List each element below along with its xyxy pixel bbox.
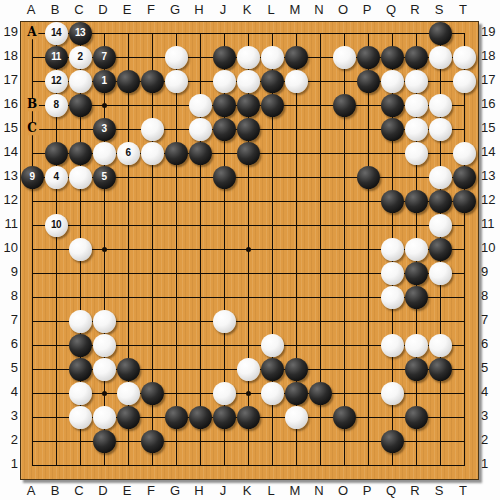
- intersection-R9[interactable]: [404, 261, 428, 285]
- intersection-F13[interactable]: [140, 165, 164, 189]
- intersection-S18[interactable]: [428, 45, 452, 69]
- intersection-O10[interactable]: [332, 237, 356, 261]
- intersection-S5[interactable]: [428, 357, 452, 381]
- intersection-C13[interactable]: [68, 165, 92, 189]
- intersection-P13[interactable]: [356, 165, 380, 189]
- intersection-J5[interactable]: [212, 357, 236, 381]
- intersection-S17[interactable]: [428, 69, 452, 93]
- intersection-E5[interactable]: [116, 357, 140, 381]
- intersection-C18[interactable]: 2: [68, 45, 92, 69]
- intersection-G2[interactable]: [164, 429, 188, 453]
- intersection-Q18[interactable]: [380, 45, 404, 69]
- intersection-P8[interactable]: [356, 285, 380, 309]
- intersection-O4[interactable]: [332, 381, 356, 405]
- intersection-C12[interactable]: [68, 189, 92, 213]
- intersection-N2[interactable]: [308, 429, 332, 453]
- intersection-H17[interactable]: [188, 69, 212, 93]
- intersection-Q15[interactable]: [380, 117, 404, 141]
- intersection-D3[interactable]: [92, 405, 116, 429]
- intersection-E13[interactable]: [116, 165, 140, 189]
- intersection-B18[interactable]: 11: [44, 45, 68, 69]
- intersection-N16[interactable]: [308, 93, 332, 117]
- intersection-R13[interactable]: [404, 165, 428, 189]
- intersection-E11[interactable]: [116, 213, 140, 237]
- intersection-M14[interactable]: [284, 141, 308, 165]
- intersection-D14[interactable]: [92, 141, 116, 165]
- intersection-G9[interactable]: [164, 261, 188, 285]
- intersection-C1[interactable]: [68, 453, 92, 477]
- intersection-J1[interactable]: [212, 453, 236, 477]
- intersection-N11[interactable]: [308, 213, 332, 237]
- intersection-S2[interactable]: [428, 429, 452, 453]
- intersection-E15[interactable]: [116, 117, 140, 141]
- intersection-F7[interactable]: [140, 309, 164, 333]
- intersection-O13[interactable]: [332, 165, 356, 189]
- intersection-S1[interactable]: [428, 453, 452, 477]
- intersection-L19[interactable]: [260, 21, 284, 45]
- intersection-C5[interactable]: [68, 357, 92, 381]
- intersection-Q2[interactable]: [380, 429, 404, 453]
- intersection-D9[interactable]: [92, 261, 116, 285]
- intersection-E8[interactable]: [116, 285, 140, 309]
- intersection-O3[interactable]: [332, 405, 356, 429]
- intersection-A12[interactable]: [20, 189, 44, 213]
- intersection-L11[interactable]: [260, 213, 284, 237]
- intersection-O7[interactable]: [332, 309, 356, 333]
- intersection-L2[interactable]: [260, 429, 284, 453]
- intersection-C9[interactable]: [68, 261, 92, 285]
- intersection-G14[interactable]: [164, 141, 188, 165]
- intersection-N12[interactable]: [308, 189, 332, 213]
- intersection-H6[interactable]: [188, 333, 212, 357]
- intersection-P9[interactable]: [356, 261, 380, 285]
- intersection-F9[interactable]: [140, 261, 164, 285]
- intersection-S10[interactable]: [428, 237, 452, 261]
- intersection-M13[interactable]: [284, 165, 308, 189]
- intersection-B16[interactable]: 8: [44, 93, 68, 117]
- intersection-E9[interactable]: [116, 261, 140, 285]
- intersection-R17[interactable]: [404, 69, 428, 93]
- intersection-D15[interactable]: 3: [92, 117, 116, 141]
- intersection-E10[interactable]: [116, 237, 140, 261]
- intersection-R1[interactable]: [404, 453, 428, 477]
- intersection-F15[interactable]: [140, 117, 164, 141]
- intersection-M1[interactable]: [284, 453, 308, 477]
- intersection-O1[interactable]: [332, 453, 356, 477]
- intersection-D4[interactable]: [92, 381, 116, 405]
- intersection-L10[interactable]: [260, 237, 284, 261]
- intersection-R12[interactable]: [404, 189, 428, 213]
- intersection-F19[interactable]: [140, 21, 164, 45]
- intersection-R16[interactable]: [404, 93, 428, 117]
- intersection-K18[interactable]: [236, 45, 260, 69]
- intersection-J4[interactable]: [212, 381, 236, 405]
- intersection-T12[interactable]: [452, 189, 476, 213]
- intersection-F10[interactable]: [140, 237, 164, 261]
- intersection-D7[interactable]: [92, 309, 116, 333]
- intersection-A7[interactable]: [20, 309, 44, 333]
- intersection-B11[interactable]: 10: [44, 213, 68, 237]
- intersection-J11[interactable]: [212, 213, 236, 237]
- intersection-R10[interactable]: [404, 237, 428, 261]
- intersection-O18[interactable]: [332, 45, 356, 69]
- intersection-E17[interactable]: [116, 69, 140, 93]
- intersection-C15[interactable]: [68, 117, 92, 141]
- intersection-H14[interactable]: [188, 141, 212, 165]
- intersection-E2[interactable]: [116, 429, 140, 453]
- intersection-G15[interactable]: [164, 117, 188, 141]
- intersection-A16[interactable]: B: [20, 93, 44, 117]
- intersection-N14[interactable]: [308, 141, 332, 165]
- intersection-A19[interactable]: A: [20, 21, 44, 45]
- intersection-M12[interactable]: [284, 189, 308, 213]
- intersection-D8[interactable]: [92, 285, 116, 309]
- intersection-T1[interactable]: [452, 453, 476, 477]
- intersection-N13[interactable]: [308, 165, 332, 189]
- intersection-D10[interactable]: [92, 237, 116, 261]
- intersection-F14[interactable]: [140, 141, 164, 165]
- intersection-F6[interactable]: [140, 333, 164, 357]
- intersection-D19[interactable]: [92, 21, 116, 45]
- intersection-F2[interactable]: [140, 429, 164, 453]
- intersection-P16[interactable]: [356, 93, 380, 117]
- intersection-F18[interactable]: [140, 45, 164, 69]
- intersection-R6[interactable]: [404, 333, 428, 357]
- intersection-F1[interactable]: [140, 453, 164, 477]
- intersection-G4[interactable]: [164, 381, 188, 405]
- intersection-J14[interactable]: [212, 141, 236, 165]
- intersection-H5[interactable]: [188, 357, 212, 381]
- intersection-G16[interactable]: [164, 93, 188, 117]
- intersection-S19[interactable]: [428, 21, 452, 45]
- intersection-A10[interactable]: [20, 237, 44, 261]
- intersection-T8[interactable]: [452, 285, 476, 309]
- intersection-E3[interactable]: [116, 405, 140, 429]
- intersection-B1[interactable]: [44, 453, 68, 477]
- intersection-D6[interactable]: [92, 333, 116, 357]
- intersection-C10[interactable]: [68, 237, 92, 261]
- intersection-R7[interactable]: [404, 309, 428, 333]
- intersection-P10[interactable]: [356, 237, 380, 261]
- intersection-M19[interactable]: [284, 21, 308, 45]
- intersection-M8[interactable]: [284, 285, 308, 309]
- intersection-E12[interactable]: [116, 189, 140, 213]
- intersection-L5[interactable]: [260, 357, 284, 381]
- intersection-H7[interactable]: [188, 309, 212, 333]
- intersection-O14[interactable]: [332, 141, 356, 165]
- intersection-L3[interactable]: [260, 405, 284, 429]
- intersection-K17[interactable]: [236, 69, 260, 93]
- intersection-M2[interactable]: [284, 429, 308, 453]
- intersection-T2[interactable]: [452, 429, 476, 453]
- intersection-O19[interactable]: [332, 21, 356, 45]
- intersection-F3[interactable]: [140, 405, 164, 429]
- intersection-L4[interactable]: [260, 381, 284, 405]
- intersection-K10[interactable]: [236, 237, 260, 261]
- intersection-L17[interactable]: [260, 69, 284, 93]
- intersection-B13[interactable]: 4: [44, 165, 68, 189]
- intersection-B9[interactable]: [44, 261, 68, 285]
- intersection-H13[interactable]: [188, 165, 212, 189]
- intersection-K16[interactable]: [236, 93, 260, 117]
- intersection-F11[interactable]: [140, 213, 164, 237]
- intersection-G11[interactable]: [164, 213, 188, 237]
- intersection-O16[interactable]: [332, 93, 356, 117]
- intersection-P14[interactable]: [356, 141, 380, 165]
- intersection-M17[interactable]: [284, 69, 308, 93]
- intersection-G17[interactable]: [164, 69, 188, 93]
- intersection-B17[interactable]: 12: [44, 69, 68, 93]
- intersection-G19[interactable]: [164, 21, 188, 45]
- intersection-C14[interactable]: [68, 141, 92, 165]
- intersection-A17[interactable]: [20, 69, 44, 93]
- intersection-A18[interactable]: [20, 45, 44, 69]
- intersection-P3[interactable]: [356, 405, 380, 429]
- intersection-T5[interactable]: [452, 357, 476, 381]
- intersection-R4[interactable]: [404, 381, 428, 405]
- intersection-N6[interactable]: [308, 333, 332, 357]
- intersection-K9[interactable]: [236, 261, 260, 285]
- intersection-F16[interactable]: [140, 93, 164, 117]
- intersection-J9[interactable]: [212, 261, 236, 285]
- intersection-J7[interactable]: [212, 309, 236, 333]
- intersection-M3[interactable]: [284, 405, 308, 429]
- intersection-L1[interactable]: [260, 453, 284, 477]
- intersection-R18[interactable]: [404, 45, 428, 69]
- intersection-Q17[interactable]: [380, 69, 404, 93]
- intersection-O6[interactable]: [332, 333, 356, 357]
- intersection-Q19[interactable]: [380, 21, 404, 45]
- intersection-D17[interactable]: 1: [92, 69, 116, 93]
- intersection-F8[interactable]: [140, 285, 164, 309]
- intersection-B10[interactable]: [44, 237, 68, 261]
- intersection-L7[interactable]: [260, 309, 284, 333]
- intersection-N4[interactable]: [308, 381, 332, 405]
- intersection-Q5[interactable]: [380, 357, 404, 381]
- intersection-C16[interactable]: [68, 93, 92, 117]
- intersection-A1[interactable]: [20, 453, 44, 477]
- intersection-N19[interactable]: [308, 21, 332, 45]
- intersection-K1[interactable]: [236, 453, 260, 477]
- intersection-Q3[interactable]: [380, 405, 404, 429]
- intersection-T14[interactable]: [452, 141, 476, 165]
- intersection-P2[interactable]: [356, 429, 380, 453]
- intersection-K6[interactable]: [236, 333, 260, 357]
- intersection-Q12[interactable]: [380, 189, 404, 213]
- intersection-F4[interactable]: [140, 381, 164, 405]
- intersection-H3[interactable]: [188, 405, 212, 429]
- intersection-A14[interactable]: [20, 141, 44, 165]
- intersection-T7[interactable]: [452, 309, 476, 333]
- intersection-S8[interactable]: [428, 285, 452, 309]
- intersection-C8[interactable]: [68, 285, 92, 309]
- intersection-P1[interactable]: [356, 453, 380, 477]
- intersection-K12[interactable]: [236, 189, 260, 213]
- intersection-O11[interactable]: [332, 213, 356, 237]
- intersection-B6[interactable]: [44, 333, 68, 357]
- intersection-P7[interactable]: [356, 309, 380, 333]
- intersection-K15[interactable]: [236, 117, 260, 141]
- intersection-S14[interactable]: [428, 141, 452, 165]
- intersection-C6[interactable]: [68, 333, 92, 357]
- intersection-H4[interactable]: [188, 381, 212, 405]
- intersection-L8[interactable]: [260, 285, 284, 309]
- intersection-B19[interactable]: 14: [44, 21, 68, 45]
- intersection-T3[interactable]: [452, 405, 476, 429]
- intersection-O5[interactable]: [332, 357, 356, 381]
- intersection-M6[interactable]: [284, 333, 308, 357]
- intersection-T19[interactable]: [452, 21, 476, 45]
- intersection-Q11[interactable]: [380, 213, 404, 237]
- intersection-T10[interactable]: [452, 237, 476, 261]
- intersection-P4[interactable]: [356, 381, 380, 405]
- intersection-M10[interactable]: [284, 237, 308, 261]
- intersection-P17[interactable]: [356, 69, 380, 93]
- intersection-G7[interactable]: [164, 309, 188, 333]
- intersection-L18[interactable]: [260, 45, 284, 69]
- intersection-T4[interactable]: [452, 381, 476, 405]
- intersection-Q1[interactable]: [380, 453, 404, 477]
- intersection-M11[interactable]: [284, 213, 308, 237]
- intersection-P15[interactable]: [356, 117, 380, 141]
- intersection-J8[interactable]: [212, 285, 236, 309]
- intersection-L16[interactable]: [260, 93, 284, 117]
- intersection-O8[interactable]: [332, 285, 356, 309]
- intersection-N10[interactable]: [308, 237, 332, 261]
- intersection-N5[interactable]: [308, 357, 332, 381]
- intersection-E1[interactable]: [116, 453, 140, 477]
- intersection-H15[interactable]: [188, 117, 212, 141]
- intersection-B4[interactable]: [44, 381, 68, 405]
- intersection-R14[interactable]: [404, 141, 428, 165]
- intersection-L13[interactable]: [260, 165, 284, 189]
- intersection-R11[interactable]: [404, 213, 428, 237]
- intersection-R5[interactable]: [404, 357, 428, 381]
- intersection-C2[interactable]: [68, 429, 92, 453]
- intersection-J6[interactable]: [212, 333, 236, 357]
- intersection-A4[interactable]: [20, 381, 44, 405]
- intersection-T18[interactable]: [452, 45, 476, 69]
- intersection-T17[interactable]: [452, 69, 476, 93]
- intersection-B15[interactable]: [44, 117, 68, 141]
- intersection-A2[interactable]: [20, 429, 44, 453]
- intersection-C19[interactable]: 13: [68, 21, 92, 45]
- intersection-Q10[interactable]: [380, 237, 404, 261]
- intersection-S6[interactable]: [428, 333, 452, 357]
- intersection-S4[interactable]: [428, 381, 452, 405]
- intersection-K11[interactable]: [236, 213, 260, 237]
- intersection-T11[interactable]: [452, 213, 476, 237]
- intersection-Q4[interactable]: [380, 381, 404, 405]
- intersection-K5[interactable]: [236, 357, 260, 381]
- intersection-M15[interactable]: [284, 117, 308, 141]
- intersection-D11[interactable]: [92, 213, 116, 237]
- intersection-H2[interactable]: [188, 429, 212, 453]
- intersection-J18[interactable]: [212, 45, 236, 69]
- intersection-L14[interactable]: [260, 141, 284, 165]
- intersection-G1[interactable]: [164, 453, 188, 477]
- intersection-A11[interactable]: [20, 213, 44, 237]
- intersection-D16[interactable]: [92, 93, 116, 117]
- intersection-J15[interactable]: [212, 117, 236, 141]
- intersection-Q6[interactable]: [380, 333, 404, 357]
- intersection-Q14[interactable]: [380, 141, 404, 165]
- intersection-G10[interactable]: [164, 237, 188, 261]
- intersection-J2[interactable]: [212, 429, 236, 453]
- intersection-T15[interactable]: [452, 117, 476, 141]
- intersection-F5[interactable]: [140, 357, 164, 381]
- intersection-E19[interactable]: [116, 21, 140, 45]
- intersection-N1[interactable]: [308, 453, 332, 477]
- intersection-R2[interactable]: [404, 429, 428, 453]
- intersection-R8[interactable]: [404, 285, 428, 309]
- intersection-N17[interactable]: [308, 69, 332, 93]
- intersection-E4[interactable]: [116, 381, 140, 405]
- intersection-O12[interactable]: [332, 189, 356, 213]
- intersection-J13[interactable]: [212, 165, 236, 189]
- intersection-O9[interactable]: [332, 261, 356, 285]
- intersection-H19[interactable]: [188, 21, 212, 45]
- intersection-D2[interactable]: [92, 429, 116, 453]
- intersection-K4[interactable]: [236, 381, 260, 405]
- intersection-S13[interactable]: [428, 165, 452, 189]
- intersection-N15[interactable]: [308, 117, 332, 141]
- intersection-J10[interactable]: [212, 237, 236, 261]
- intersection-P11[interactable]: [356, 213, 380, 237]
- intersection-N8[interactable]: [308, 285, 332, 309]
- intersection-C17[interactable]: [68, 69, 92, 93]
- intersection-T9[interactable]: [452, 261, 476, 285]
- intersection-S11[interactable]: [428, 213, 452, 237]
- intersection-H12[interactable]: [188, 189, 212, 213]
- intersection-A8[interactable]: [20, 285, 44, 309]
- intersection-M9[interactable]: [284, 261, 308, 285]
- intersection-G6[interactable]: [164, 333, 188, 357]
- intersection-K8[interactable]: [236, 285, 260, 309]
- intersection-J16[interactable]: [212, 93, 236, 117]
- intersection-D18[interactable]: 7: [92, 45, 116, 69]
- intersection-L9[interactable]: [260, 261, 284, 285]
- intersection-E16[interactable]: [116, 93, 140, 117]
- intersection-N9[interactable]: [308, 261, 332, 285]
- intersection-E14[interactable]: 6: [116, 141, 140, 165]
- intersection-H9[interactable]: [188, 261, 212, 285]
- intersection-M5[interactable]: [284, 357, 308, 381]
- intersection-S12[interactable]: [428, 189, 452, 213]
- intersection-A5[interactable]: [20, 357, 44, 381]
- intersection-D12[interactable]: [92, 189, 116, 213]
- intersection-P5[interactable]: [356, 357, 380, 381]
- intersection-H11[interactable]: [188, 213, 212, 237]
- intersection-B2[interactable]: [44, 429, 68, 453]
- intersection-F12[interactable]: [140, 189, 164, 213]
- intersection-H1[interactable]: [188, 453, 212, 477]
- intersection-E7[interactable]: [116, 309, 140, 333]
- intersection-C7[interactable]: [68, 309, 92, 333]
- intersection-O15[interactable]: [332, 117, 356, 141]
- intersection-C3[interactable]: [68, 405, 92, 429]
- intersection-E18[interactable]: [116, 45, 140, 69]
- intersection-G3[interactable]: [164, 405, 188, 429]
- intersection-H18[interactable]: [188, 45, 212, 69]
- intersection-J12[interactable]: [212, 189, 236, 213]
- intersection-B7[interactable]: [44, 309, 68, 333]
- intersection-B14[interactable]: [44, 141, 68, 165]
- intersection-K13[interactable]: [236, 165, 260, 189]
- intersection-R3[interactable]: [404, 405, 428, 429]
- intersection-L6[interactable]: [260, 333, 284, 357]
- intersection-S15[interactable]: [428, 117, 452, 141]
